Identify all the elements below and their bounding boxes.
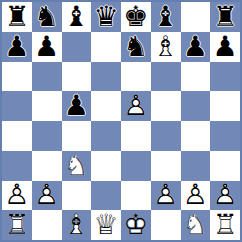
square-f1[interactable] (151, 210, 181, 240)
piece-outline: ♙ (121, 91, 151, 121)
square-f3[interactable] (151, 151, 181, 181)
piece-fill: ♟ (32, 32, 62, 62)
square-d8[interactable]: ♛ (91, 2, 121, 32)
square-h8[interactable]: ♜ (210, 2, 240, 32)
square-a8[interactable]: ♜ (2, 2, 32, 32)
square-e4[interactable] (121, 121, 151, 151)
square-b7[interactable]: ♟ (32, 32, 62, 62)
piece-outline: ♗ (62, 210, 92, 240)
square-h1[interactable]: ♜♖ (210, 210, 240, 240)
square-a6[interactable] (2, 62, 32, 92)
square-e5[interactable]: ♟♙ (121, 91, 151, 121)
square-f8[interactable]: ♝ (151, 2, 181, 32)
square-b1[interactable] (32, 210, 62, 240)
square-c8[interactable]: ♝ (62, 2, 92, 32)
square-g3[interactable] (181, 151, 211, 181)
piece-fill: ♟ (2, 32, 32, 62)
piece-fill: ♚ (121, 2, 151, 32)
square-c7[interactable] (62, 32, 92, 62)
square-d2[interactable] (91, 181, 121, 211)
square-b6[interactable] (32, 62, 62, 92)
piece-black-knight[interactable]: ♞ (121, 32, 151, 62)
piece-fill: ♜ (210, 2, 240, 32)
square-c3[interactable]: ♞♘ (62, 151, 92, 181)
square-d4[interactable] (91, 121, 121, 151)
piece-white-bishop[interactable]: ♝♗ (151, 32, 181, 62)
piece-outline: ♙ (210, 181, 240, 211)
square-h5[interactable] (210, 91, 240, 121)
square-g2[interactable]: ♟♙ (181, 181, 211, 211)
piece-white-king[interactable]: ♚♔ (121, 210, 151, 240)
piece-outline: ♖ (210, 210, 240, 240)
square-c2[interactable] (62, 181, 92, 211)
piece-black-bishop[interactable]: ♝ (151, 2, 181, 32)
piece-outline: ♙ (151, 181, 181, 211)
square-f4[interactable] (151, 121, 181, 151)
square-e6[interactable] (121, 62, 151, 92)
square-b3[interactable] (32, 151, 62, 181)
piece-outline: ♙ (32, 181, 62, 211)
piece-fill: ♞ (121, 32, 151, 62)
piece-fill: ♞ (32, 2, 62, 32)
square-e2[interactable] (121, 181, 151, 211)
square-a3[interactable] (2, 151, 32, 181)
square-h2[interactable]: ♟♙ (210, 181, 240, 211)
piece-white-rook[interactable]: ♜♖ (210, 210, 240, 240)
square-h7[interactable]: ♟ (210, 32, 240, 62)
piece-outline: ♙ (181, 181, 211, 211)
square-f5[interactable] (151, 91, 181, 121)
piece-fill: ♟ (62, 91, 92, 121)
piece-white-pawn[interactable]: ♟♙ (210, 181, 240, 211)
square-g1[interactable]: ♞♘ (181, 210, 211, 240)
piece-black-pawn[interactable]: ♟ (210, 32, 240, 62)
square-d6[interactable] (91, 62, 121, 92)
piece-black-bishop[interactable]: ♝ (62, 2, 92, 32)
square-e8[interactable]: ♚ (121, 2, 151, 32)
square-g4[interactable] (181, 121, 211, 151)
square-b8[interactable]: ♞ (32, 2, 62, 32)
piece-white-knight[interactable]: ♞♘ (62, 151, 92, 181)
square-b5[interactable] (32, 91, 62, 121)
chess-board: ♜♞♝♛♚♝♜♟♟♞♝♗♟♟♟♟♙♞♘♟♙♟♙♟♙♟♙♟♙♜♖♝♗♛♕♚♔♞♘♜… (0, 0, 242, 242)
square-b4[interactable] (32, 121, 62, 151)
piece-outline: ♖ (2, 210, 32, 240)
square-f2[interactable]: ♟♙ (151, 181, 181, 211)
square-h4[interactable] (210, 121, 240, 151)
piece-white-bishop[interactable]: ♝♗ (62, 210, 92, 240)
square-h3[interactable] (210, 151, 240, 181)
piece-white-knight[interactable]: ♞♘ (181, 210, 211, 240)
piece-white-pawn[interactable]: ♟♙ (2, 181, 32, 211)
square-e7[interactable]: ♞ (121, 32, 151, 62)
square-d7[interactable] (91, 32, 121, 62)
piece-black-queen[interactable]: ♛ (91, 2, 121, 32)
piece-black-rook[interactable]: ♜ (210, 2, 240, 32)
piece-fill: ♝ (62, 2, 92, 32)
piece-white-queen[interactable]: ♛♕ (91, 210, 121, 240)
square-a2[interactable]: ♟♙ (2, 181, 32, 211)
piece-black-pawn[interactable]: ♟ (32, 32, 62, 62)
square-g7[interactable]: ♟ (181, 32, 211, 62)
piece-white-rook[interactable]: ♜♖ (2, 210, 32, 240)
square-a7[interactable]: ♟ (2, 32, 32, 62)
piece-white-pawn[interactable]: ♟♙ (121, 91, 151, 121)
square-a1[interactable]: ♜♖ (2, 210, 32, 240)
square-d5[interactable] (91, 91, 121, 121)
piece-fill: ♟ (210, 32, 240, 62)
square-e3[interactable] (121, 151, 151, 181)
piece-outline: ♘ (181, 210, 211, 240)
square-a4[interactable] (2, 121, 32, 151)
piece-black-pawn[interactable]: ♟ (2, 32, 32, 62)
piece-white-pawn[interactable]: ♟♙ (181, 181, 211, 211)
piece-fill: ♜ (2, 2, 32, 32)
piece-outline: ♕ (91, 210, 121, 240)
piece-fill: ♝ (151, 2, 181, 32)
square-c5[interactable]: ♟ (62, 91, 92, 121)
square-e1[interactable]: ♚♔ (121, 210, 151, 240)
piece-fill: ♟ (181, 32, 211, 62)
piece-outline: ♙ (2, 181, 32, 211)
square-b2[interactable]: ♟♙ (32, 181, 62, 211)
square-d3[interactable] (91, 151, 121, 181)
piece-black-king[interactable]: ♚ (121, 2, 151, 32)
piece-outline: ♔ (121, 210, 151, 240)
piece-fill: ♛ (91, 2, 121, 32)
square-c1[interactable]: ♝♗ (62, 210, 92, 240)
piece-black-pawn[interactable]: ♟ (181, 32, 211, 62)
piece-outline: ♗ (151, 32, 181, 62)
piece-black-knight[interactable]: ♞ (32, 2, 62, 32)
square-h6[interactable] (210, 62, 240, 92)
square-g8[interactable] (181, 2, 211, 32)
piece-black-rook[interactable]: ♜ (2, 2, 32, 32)
square-c4[interactable] (62, 121, 92, 151)
piece-outline: ♘ (62, 151, 92, 181)
piece-white-pawn[interactable]: ♟♙ (32, 181, 62, 211)
square-f6[interactable] (151, 62, 181, 92)
piece-black-pawn[interactable]: ♟ (62, 91, 92, 121)
square-c6[interactable] (62, 62, 92, 92)
square-g6[interactable] (181, 62, 211, 92)
square-f7[interactable]: ♝♗ (151, 32, 181, 62)
square-d1[interactable]: ♛♕ (91, 210, 121, 240)
square-a5[interactable] (2, 91, 32, 121)
piece-white-pawn[interactable]: ♟♙ (151, 181, 181, 211)
square-g5[interactable] (181, 91, 211, 121)
